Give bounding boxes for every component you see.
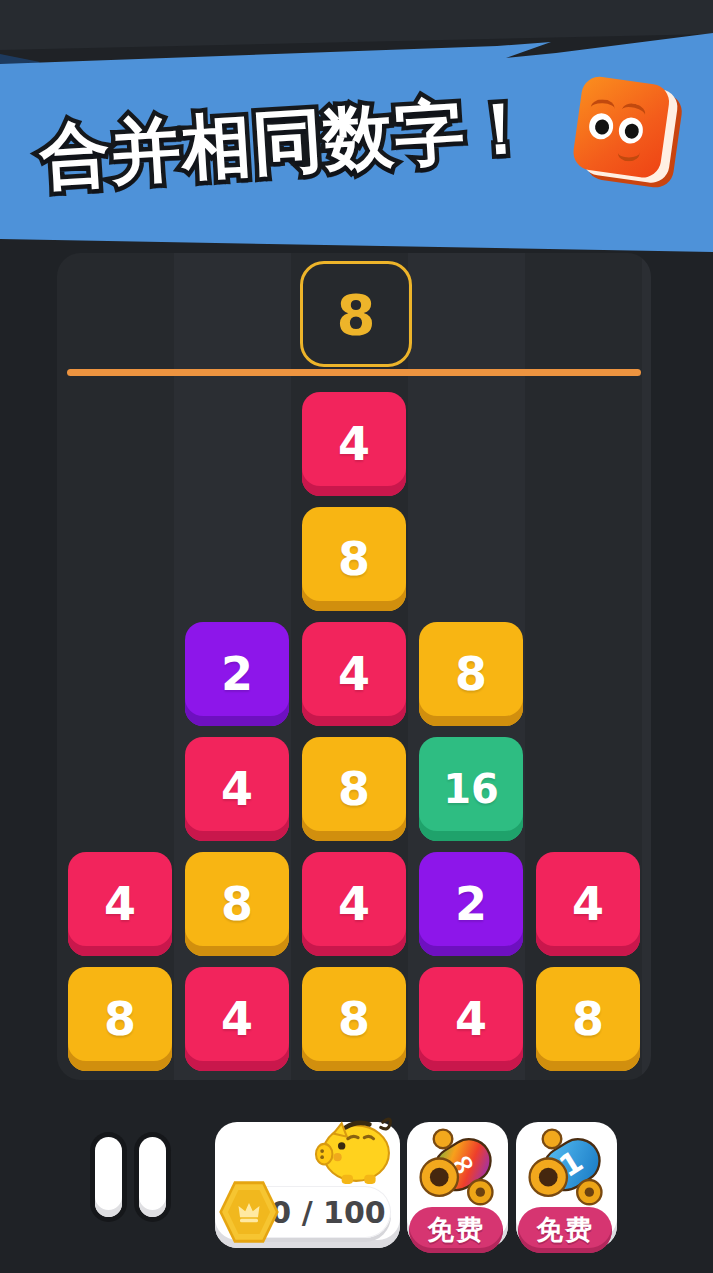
blue-cannon-icon: 1	[524, 1124, 608, 1208]
piggy-bank-card[interactable]: 0 / 100	[215, 1122, 400, 1248]
free-button[interactable]: 免费	[518, 1207, 612, 1253]
cube-front-face	[571, 74, 671, 179]
game-screen: 合并相同数字！ 8 4824848164842484848	[0, 0, 713, 1273]
cube-eye-left	[587, 112, 614, 141]
rainbow-cannon-icon: ∞	[415, 1124, 499, 1208]
tile-4[interactable]: 4	[302, 392, 406, 496]
pause-icon	[95, 1137, 122, 1217]
coin-progress-text: 0 / 100	[270, 1195, 385, 1230]
tile-4[interactable]: 4	[302, 622, 406, 726]
tile-2[interactable]: 2	[419, 852, 523, 956]
tile-8[interactable]: 8	[185, 852, 289, 956]
tile-4[interactable]: 4	[185, 967, 289, 1071]
tile-8[interactable]: 8	[302, 507, 406, 611]
tile-4[interactable]: 4	[185, 737, 289, 841]
tile-4[interactable]: 4	[302, 852, 406, 956]
tile-8[interactable]: 8	[68, 967, 172, 1071]
piggy-bank-icon	[310, 1112, 398, 1186]
pause-icon	[139, 1137, 166, 1217]
tile-8[interactable]: 8	[419, 622, 523, 726]
tile-4[interactable]: 4	[419, 967, 523, 1071]
tile-16[interactable]: 16	[419, 737, 523, 841]
booster-infinite-cannon[interactable]: ∞ 免费	[407, 1122, 508, 1248]
free-button[interactable]: 免费	[409, 1207, 503, 1253]
crown-coin-icon	[218, 1180, 280, 1244]
booster-single-cannon[interactable]: 1 免费	[516, 1122, 617, 1248]
game-board: 8 4824848164842484848	[57, 253, 651, 1080]
tile-8[interactable]: 8	[302, 967, 406, 1071]
tile-8[interactable]: 8	[536, 967, 640, 1071]
pause-button[interactable]	[88, 1130, 180, 1224]
cube-mascot-icon	[569, 74, 699, 199]
tile-8[interactable]: 8	[302, 737, 406, 841]
tile-4[interactable]: 4	[536, 852, 640, 956]
cube-mouth	[618, 143, 640, 161]
tile-4[interactable]: 4	[68, 852, 172, 956]
tile-2[interactable]: 2	[185, 622, 289, 726]
